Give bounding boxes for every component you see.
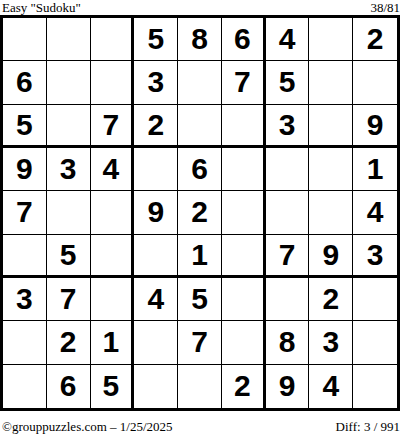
cell-r5c9: 4 bbox=[353, 191, 397, 234]
cell-r3c8 bbox=[309, 105, 353, 148]
cell-r5c5: 2 bbox=[178, 191, 222, 234]
cell-r5c4: 9 bbox=[134, 191, 178, 234]
cell-r6c6 bbox=[222, 235, 266, 278]
cell-r6c8: 9 bbox=[309, 235, 353, 278]
cell-r7c5: 5 bbox=[178, 278, 222, 321]
cell-r2c8 bbox=[309, 61, 353, 104]
cell-r8c6 bbox=[222, 321, 266, 364]
cell-r7c6 bbox=[222, 278, 266, 321]
cell-r8c7: 8 bbox=[266, 321, 310, 364]
cell-r4c9: 1 bbox=[353, 148, 397, 191]
cell-r8c9 bbox=[353, 321, 397, 364]
cell-r6c2: 5 bbox=[47, 235, 91, 278]
cell-r1c4: 5 bbox=[134, 18, 178, 61]
cell-r5c3 bbox=[91, 191, 135, 234]
cell-r8c8: 3 bbox=[309, 321, 353, 364]
cell-r4c6 bbox=[222, 148, 266, 191]
cell-r3c5 bbox=[178, 105, 222, 148]
cell-r8c5: 7 bbox=[178, 321, 222, 364]
difficulty-text: Diff: 3 / 991 bbox=[336, 419, 400, 435]
cell-r6c5: 1 bbox=[178, 235, 222, 278]
cell-r7c9 bbox=[353, 278, 397, 321]
cell-r5c2 bbox=[47, 191, 91, 234]
cell-r2c6: 7 bbox=[222, 61, 266, 104]
cell-r9c4 bbox=[134, 365, 178, 408]
given-count: 38/81 bbox=[370, 0, 400, 16]
cell-r6c4 bbox=[134, 235, 178, 278]
cell-r2c5 bbox=[178, 61, 222, 104]
cell-r4c4 bbox=[134, 148, 178, 191]
cell-r6c1 bbox=[3, 235, 47, 278]
cell-r9c6: 2 bbox=[222, 365, 266, 408]
cell-r3c9: 9 bbox=[353, 105, 397, 148]
cell-r1c5: 8 bbox=[178, 18, 222, 61]
cell-r8c2: 2 bbox=[47, 321, 91, 364]
cell-r9c7: 9 bbox=[266, 365, 310, 408]
cell-r3c2 bbox=[47, 105, 91, 148]
cell-r6c7: 7 bbox=[266, 235, 310, 278]
cell-r4c3: 4 bbox=[91, 148, 135, 191]
page: { "game": "sudoku", "position": "...5864… bbox=[0, 0, 402, 437]
cell-r5c6 bbox=[222, 191, 266, 234]
cell-r9c5 bbox=[178, 365, 222, 408]
cell-r3c3: 7 bbox=[91, 105, 135, 148]
cell-r1c3 bbox=[91, 18, 135, 61]
cell-r3c6 bbox=[222, 105, 266, 148]
cell-r1c2 bbox=[47, 18, 91, 61]
cell-r1c7: 4 bbox=[266, 18, 310, 61]
cell-r9c3: 5 bbox=[91, 365, 135, 408]
cell-r4c8 bbox=[309, 148, 353, 191]
cell-r7c1: 3 bbox=[3, 278, 47, 321]
cell-r2c7: 5 bbox=[266, 61, 310, 104]
cell-r8c1 bbox=[3, 321, 47, 364]
cell-r4c1: 9 bbox=[3, 148, 47, 191]
cell-r2c1: 6 bbox=[3, 61, 47, 104]
header: Easy "Sudoku" 38/81 bbox=[0, 0, 402, 16]
cell-r5c7 bbox=[266, 191, 310, 234]
cell-r5c8 bbox=[309, 191, 353, 234]
cell-r9c8: 4 bbox=[309, 365, 353, 408]
cell-r9c1 bbox=[3, 365, 47, 408]
cell-r5c1: 7 bbox=[3, 191, 47, 234]
cell-r6c3 bbox=[91, 235, 135, 278]
cell-r2c4: 3 bbox=[134, 61, 178, 104]
cell-r7c4: 4 bbox=[134, 278, 178, 321]
cell-r4c2: 3 bbox=[47, 148, 91, 191]
sudoku-grid: 5864263755723993461792451793374522178365… bbox=[0, 15, 400, 411]
cell-r2c9 bbox=[353, 61, 397, 104]
cell-r3c4: 2 bbox=[134, 105, 178, 148]
cell-r7c2: 7 bbox=[47, 278, 91, 321]
footer: ©grouppuzzles.com – 1/25/2025 Diff: 3 / … bbox=[0, 419, 402, 435]
cell-r2c2 bbox=[47, 61, 91, 104]
cell-r9c9 bbox=[353, 365, 397, 408]
cell-r7c7 bbox=[266, 278, 310, 321]
cell-r1c6: 6 bbox=[222, 18, 266, 61]
cell-r9c2: 6 bbox=[47, 365, 91, 408]
cell-r2c3 bbox=[91, 61, 135, 104]
cell-r3c1: 5 bbox=[3, 105, 47, 148]
cell-r4c5: 6 bbox=[178, 148, 222, 191]
cell-r1c8 bbox=[309, 18, 353, 61]
cell-r7c8: 2 bbox=[309, 278, 353, 321]
cell-r6c9: 3 bbox=[353, 235, 397, 278]
puzzle-title: Easy "Sudoku" bbox=[2, 0, 81, 16]
cell-r1c9: 2 bbox=[353, 18, 397, 61]
cell-r1c1 bbox=[3, 18, 47, 61]
cell-r8c3: 1 bbox=[91, 321, 135, 364]
cell-r4c7 bbox=[266, 148, 310, 191]
cell-r3c7: 3 bbox=[266, 105, 310, 148]
cell-r8c4 bbox=[134, 321, 178, 364]
cell-r7c3 bbox=[91, 278, 135, 321]
copyright-text: ©grouppuzzles.com – 1/25/2025 bbox=[2, 419, 173, 435]
